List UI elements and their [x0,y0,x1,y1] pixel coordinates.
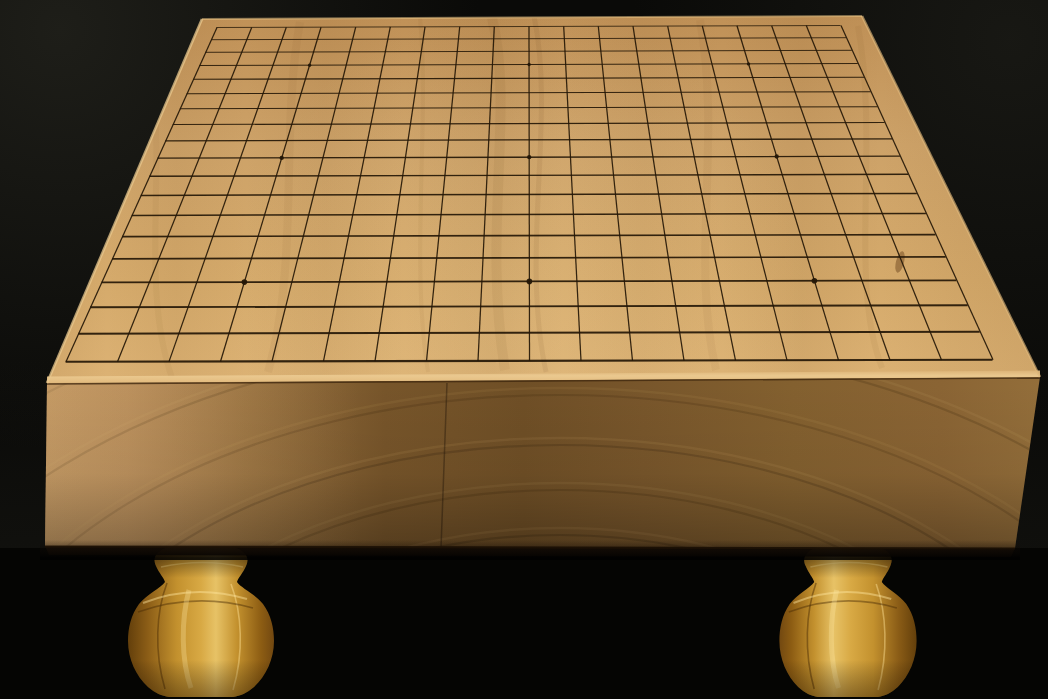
hoshi-point [308,64,311,67]
hoshi-point [527,155,531,159]
goban-photo [0,0,1048,699]
hoshi-point [527,63,530,66]
hoshi-point [280,156,284,160]
hoshi-point [747,62,750,65]
hoshi-point [242,279,248,285]
hoshi-point [812,278,818,284]
hoshi-point [527,279,533,285]
hoshi-point [775,154,779,158]
photo-scene [0,0,1048,699]
